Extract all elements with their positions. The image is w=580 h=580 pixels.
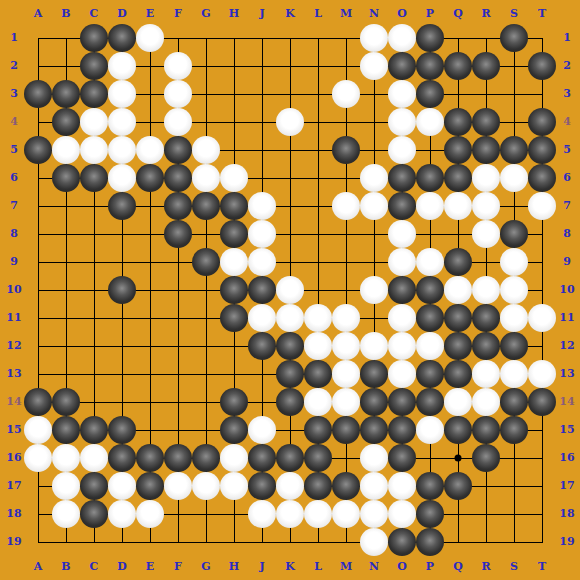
- stone-white-J18: [248, 500, 276, 528]
- star-point-Q16: [455, 455, 462, 462]
- stone-black-Q12: [444, 332, 472, 360]
- stone-black-K14: [276, 388, 304, 416]
- stone-white-D3: [108, 80, 136, 108]
- row-label-left-11: 11: [3, 311, 25, 325]
- row-label-right-14: 14: [556, 395, 578, 409]
- stone-black-E16: [136, 444, 164, 472]
- stone-black-T14: [528, 388, 556, 416]
- stone-white-R13: [472, 360, 500, 388]
- row-label-right-19: 19: [556, 535, 578, 549]
- stone-white-A16: [24, 444, 52, 472]
- stone-white-O8: [388, 220, 416, 248]
- stone-black-O10: [388, 276, 416, 304]
- stone-black-P11: [416, 304, 444, 332]
- column-label-top-E: E: [139, 7, 161, 21]
- stone-black-P13: [416, 360, 444, 388]
- stone-black-K12: [276, 332, 304, 360]
- stone-white-D4: [108, 108, 136, 136]
- row-label-right-16: 16: [556, 451, 578, 465]
- stone-black-R12: [472, 332, 500, 360]
- stone-white-Q10: [444, 276, 472, 304]
- stone-black-S5: [500, 136, 528, 164]
- stone-white-P12: [416, 332, 444, 360]
- row-label-right-11: 11: [556, 311, 578, 325]
- stone-white-T7: [528, 192, 556, 220]
- stone-white-A15: [24, 416, 52, 444]
- stone-black-B6: [52, 164, 80, 192]
- stone-white-J9: [248, 248, 276, 276]
- row-label-right-4: 4: [556, 115, 578, 129]
- row-label-right-1: 1: [556, 31, 578, 45]
- column-label-top-O: O: [391, 7, 413, 21]
- stone-white-N2: [360, 52, 388, 80]
- stone-black-R5: [472, 136, 500, 164]
- stone-black-F7: [164, 192, 192, 220]
- row-label-left-1: 1: [3, 31, 25, 45]
- stone-black-H7: [220, 192, 248, 220]
- column-label-top-H: H: [223, 7, 245, 21]
- stone-black-M17: [332, 472, 360, 500]
- stone-black-P2: [416, 52, 444, 80]
- stone-black-Q5: [444, 136, 472, 164]
- stone-black-E17: [136, 472, 164, 500]
- column-label-top-C: C: [83, 7, 105, 21]
- stone-black-M15: [332, 416, 360, 444]
- stone-white-K17: [276, 472, 304, 500]
- stone-black-S14: [500, 388, 528, 416]
- stone-black-J10: [248, 276, 276, 304]
- stone-black-Q15: [444, 416, 472, 444]
- stone-white-B17: [52, 472, 80, 500]
- stone-white-O12: [388, 332, 416, 360]
- column-label-bottom-R: R: [475, 560, 497, 574]
- stone-black-J12: [248, 332, 276, 360]
- stone-white-S9: [500, 248, 528, 276]
- stone-black-O19: [388, 528, 416, 556]
- stone-white-N6: [360, 164, 388, 192]
- stone-black-H14: [220, 388, 248, 416]
- stone-white-E1: [136, 24, 164, 52]
- column-label-bottom-Q: Q: [447, 560, 469, 574]
- stone-white-N7: [360, 192, 388, 220]
- row-label-right-9: 9: [556, 255, 578, 269]
- stone-black-N14: [360, 388, 388, 416]
- stone-black-C2: [80, 52, 108, 80]
- stone-black-R2: [472, 52, 500, 80]
- stone-black-B4: [52, 108, 80, 136]
- column-label-top-P: P: [419, 7, 441, 21]
- stone-black-R11: [472, 304, 500, 332]
- stone-black-Q4: [444, 108, 472, 136]
- stone-black-Q9: [444, 248, 472, 276]
- stone-black-G7: [192, 192, 220, 220]
- stone-white-K10: [276, 276, 304, 304]
- stone-white-D17: [108, 472, 136, 500]
- stone-white-F17: [164, 472, 192, 500]
- stone-white-T11: [528, 304, 556, 332]
- column-label-bottom-B: B: [55, 560, 77, 574]
- stone-black-Q6: [444, 164, 472, 192]
- row-label-left-4: 4: [3, 115, 25, 129]
- stone-white-M14: [332, 388, 360, 416]
- stone-black-H8: [220, 220, 248, 248]
- row-label-right-7: 7: [556, 199, 578, 213]
- column-label-bottom-A: A: [27, 560, 49, 574]
- stone-white-H9: [220, 248, 248, 276]
- stone-black-O15: [388, 416, 416, 444]
- stone-black-L16: [304, 444, 332, 472]
- stone-white-L12: [304, 332, 332, 360]
- row-label-left-17: 17: [3, 479, 25, 493]
- row-label-right-12: 12: [556, 339, 578, 353]
- stone-white-K18: [276, 500, 304, 528]
- stone-white-B16: [52, 444, 80, 472]
- stone-black-L15: [304, 416, 332, 444]
- stone-white-B18: [52, 500, 80, 528]
- stone-black-S8: [500, 220, 528, 248]
- stone-black-R15: [472, 416, 500, 444]
- stone-black-F6: [164, 164, 192, 192]
- column-label-top-M: M: [335, 7, 357, 21]
- stone-white-E5: [136, 136, 164, 164]
- stone-black-K16: [276, 444, 304, 472]
- row-label-left-14: 14: [3, 395, 25, 409]
- column-label-top-K: K: [279, 7, 301, 21]
- column-label-bottom-E: E: [139, 560, 161, 574]
- row-label-left-6: 6: [3, 171, 25, 185]
- stone-white-L18: [304, 500, 332, 528]
- stone-black-A5: [24, 136, 52, 164]
- column-label-bottom-C: C: [83, 560, 105, 574]
- row-label-left-3: 3: [3, 87, 25, 101]
- stone-black-L17: [304, 472, 332, 500]
- stone-white-D6: [108, 164, 136, 192]
- stone-black-Q17: [444, 472, 472, 500]
- stone-white-H17: [220, 472, 248, 500]
- column-label-bottom-S: S: [503, 560, 525, 574]
- stone-black-N13: [360, 360, 388, 388]
- column-label-top-A: A: [27, 7, 49, 21]
- stone-black-T2: [528, 52, 556, 80]
- stone-white-C4: [80, 108, 108, 136]
- row-label-right-5: 5: [556, 143, 578, 157]
- row-label-left-13: 13: [3, 367, 25, 381]
- stone-black-T5: [528, 136, 556, 164]
- stone-white-R7: [472, 192, 500, 220]
- stone-white-N10: [360, 276, 388, 304]
- stone-white-S13: [500, 360, 528, 388]
- stone-white-H16: [220, 444, 248, 472]
- row-label-right-3: 3: [556, 87, 578, 101]
- row-label-right-8: 8: [556, 227, 578, 241]
- stone-white-O9: [388, 248, 416, 276]
- stone-white-Q7: [444, 192, 472, 220]
- stone-white-J8: [248, 220, 276, 248]
- stone-black-P10: [416, 276, 444, 304]
- row-label-right-2: 2: [556, 59, 578, 73]
- row-label-left-5: 5: [3, 143, 25, 157]
- stone-white-P15: [416, 416, 444, 444]
- stone-black-Q2: [444, 52, 472, 80]
- stone-black-R16: [472, 444, 500, 472]
- stone-white-D2: [108, 52, 136, 80]
- column-label-bottom-D: D: [111, 560, 133, 574]
- stone-black-B14: [52, 388, 80, 416]
- row-label-left-2: 2: [3, 59, 25, 73]
- stone-white-E18: [136, 500, 164, 528]
- stone-white-C5: [80, 136, 108, 164]
- stone-white-R10: [472, 276, 500, 304]
- stone-black-O14: [388, 388, 416, 416]
- stone-white-M13: [332, 360, 360, 388]
- column-label-top-J: J: [251, 7, 273, 21]
- stone-black-P14: [416, 388, 444, 416]
- stone-black-S12: [500, 332, 528, 360]
- stone-black-S1: [500, 24, 528, 52]
- stone-black-G9: [192, 248, 220, 276]
- stone-white-R14: [472, 388, 500, 416]
- stone-white-B5: [52, 136, 80, 164]
- stone-black-P3: [416, 80, 444, 108]
- row-label-left-8: 8: [3, 227, 25, 241]
- column-label-top-G: G: [195, 7, 217, 21]
- column-label-top-F: F: [167, 7, 189, 21]
- stone-black-C3: [80, 80, 108, 108]
- column-label-top-L: L: [307, 7, 329, 21]
- stone-black-C17: [80, 472, 108, 500]
- stone-black-O2: [388, 52, 416, 80]
- stone-white-O5: [388, 136, 416, 164]
- stone-black-G16: [192, 444, 220, 472]
- stone-white-L14: [304, 388, 332, 416]
- stone-white-O3: [388, 80, 416, 108]
- row-label-right-13: 13: [556, 367, 578, 381]
- stone-black-Q13: [444, 360, 472, 388]
- stone-black-O16: [388, 444, 416, 472]
- stone-white-N18: [360, 500, 388, 528]
- row-label-right-17: 17: [556, 479, 578, 493]
- stone-black-P6: [416, 164, 444, 192]
- stone-black-J16: [248, 444, 276, 472]
- stone-white-O11: [388, 304, 416, 332]
- stone-black-H11: [220, 304, 248, 332]
- stone-black-F8: [164, 220, 192, 248]
- column-label-bottom-H: H: [223, 560, 245, 574]
- stone-black-C15: [80, 416, 108, 444]
- stone-white-N19: [360, 528, 388, 556]
- stone-white-F4: [164, 108, 192, 136]
- row-label-left-10: 10: [3, 283, 25, 297]
- row-label-left-9: 9: [3, 255, 25, 269]
- stone-white-D18: [108, 500, 136, 528]
- stone-white-K4: [276, 108, 304, 136]
- stone-white-M11: [332, 304, 360, 332]
- row-label-left-18: 18: [3, 507, 25, 521]
- column-label-bottom-P: P: [419, 560, 441, 574]
- stone-black-K13: [276, 360, 304, 388]
- column-label-top-S: S: [503, 7, 525, 21]
- column-label-bottom-O: O: [391, 560, 413, 574]
- stone-white-S10: [500, 276, 528, 304]
- stone-black-B3: [52, 80, 80, 108]
- row-label-right-18: 18: [556, 507, 578, 521]
- stone-white-N1: [360, 24, 388, 52]
- column-label-top-N: N: [363, 7, 385, 21]
- column-label-bottom-K: K: [279, 560, 301, 574]
- stone-white-T13: [528, 360, 556, 388]
- column-label-bottom-T: T: [531, 560, 553, 574]
- stone-white-P9: [416, 248, 444, 276]
- row-label-left-19: 19: [3, 535, 25, 549]
- stone-black-D16: [108, 444, 136, 472]
- stone-black-D7: [108, 192, 136, 220]
- stone-black-D10: [108, 276, 136, 304]
- stone-white-M7: [332, 192, 360, 220]
- stone-white-S6: [500, 164, 528, 192]
- stone-white-O4: [388, 108, 416, 136]
- stone-white-J11: [248, 304, 276, 332]
- column-label-bottom-J: J: [251, 560, 273, 574]
- row-label-right-15: 15: [556, 423, 578, 437]
- stone-black-T6: [528, 164, 556, 192]
- stone-black-Q11: [444, 304, 472, 332]
- stone-white-S11: [500, 304, 528, 332]
- stone-white-F3: [164, 80, 192, 108]
- stone-white-Q14: [444, 388, 472, 416]
- stone-black-B15: [52, 416, 80, 444]
- stone-white-O1: [388, 24, 416, 52]
- stone-white-M3: [332, 80, 360, 108]
- stone-white-C16: [80, 444, 108, 472]
- stone-white-O18: [388, 500, 416, 528]
- goban-board[interactable]: AABBCCDDEEFFGGHHJJKKLLMMNNOOPPQQRRSSTT11…: [0, 0, 580, 580]
- stone-black-H15: [220, 416, 248, 444]
- stone-white-F2: [164, 52, 192, 80]
- stone-white-G6: [192, 164, 220, 192]
- stone-black-F5: [164, 136, 192, 164]
- stone-white-H6: [220, 164, 248, 192]
- stone-white-K11: [276, 304, 304, 332]
- row-label-left-16: 16: [3, 451, 25, 465]
- stone-black-P19: [416, 528, 444, 556]
- stone-black-J17: [248, 472, 276, 500]
- stone-black-P17: [416, 472, 444, 500]
- stone-white-N16: [360, 444, 388, 472]
- stone-white-J7: [248, 192, 276, 220]
- stone-white-O17: [388, 472, 416, 500]
- stone-black-N15: [360, 416, 388, 444]
- stone-black-C18: [80, 500, 108, 528]
- stone-black-D15: [108, 416, 136, 444]
- stone-black-A14: [24, 388, 52, 416]
- column-label-top-Q: Q: [447, 7, 469, 21]
- stone-black-O6: [388, 164, 416, 192]
- column-label-bottom-L: L: [307, 560, 329, 574]
- stone-black-C6: [80, 164, 108, 192]
- stone-black-H10: [220, 276, 248, 304]
- column-label-top-R: R: [475, 7, 497, 21]
- column-label-bottom-F: F: [167, 560, 189, 574]
- stone-white-M18: [332, 500, 360, 528]
- stone-white-N17: [360, 472, 388, 500]
- stone-black-E6: [136, 164, 164, 192]
- stone-black-F16: [164, 444, 192, 472]
- stone-white-J15: [248, 416, 276, 444]
- stone-black-R4: [472, 108, 500, 136]
- row-label-left-12: 12: [3, 339, 25, 353]
- stone-white-G17: [192, 472, 220, 500]
- stone-white-G5: [192, 136, 220, 164]
- stone-black-D1: [108, 24, 136, 52]
- column-label-top-D: D: [111, 7, 133, 21]
- stone-white-P4: [416, 108, 444, 136]
- row-label-left-7: 7: [3, 199, 25, 213]
- stone-white-P7: [416, 192, 444, 220]
- column-label-bottom-M: M: [335, 560, 357, 574]
- column-label-bottom-G: G: [195, 560, 217, 574]
- stone-white-N12: [360, 332, 388, 360]
- stone-white-D5: [108, 136, 136, 164]
- stone-black-O7: [388, 192, 416, 220]
- column-label-bottom-N: N: [363, 560, 385, 574]
- stone-black-M5: [332, 136, 360, 164]
- column-label-top-T: T: [531, 7, 553, 21]
- stone-black-A3: [24, 80, 52, 108]
- stone-black-S15: [500, 416, 528, 444]
- row-label-left-15: 15: [3, 423, 25, 437]
- stone-white-L11: [304, 304, 332, 332]
- stone-black-P1: [416, 24, 444, 52]
- stone-white-O13: [388, 360, 416, 388]
- row-label-right-10: 10: [556, 283, 578, 297]
- stone-black-P18: [416, 500, 444, 528]
- stone-black-C1: [80, 24, 108, 52]
- row-label-right-6: 6: [556, 171, 578, 185]
- column-label-top-B: B: [55, 7, 77, 21]
- stone-white-M12: [332, 332, 360, 360]
- stone-white-R6: [472, 164, 500, 192]
- stone-white-R8: [472, 220, 500, 248]
- stone-black-L13: [304, 360, 332, 388]
- stone-black-T4: [528, 108, 556, 136]
